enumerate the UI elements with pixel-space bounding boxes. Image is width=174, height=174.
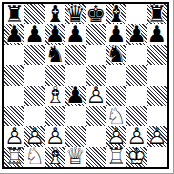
white-pawn-outline-glyph: ♙ — [4, 126, 24, 146]
square-e8[interactable]: ♚ — [86, 4, 106, 24]
square-d5[interactable] — [65, 65, 85, 85]
black-pawn[interactable]: ♟ — [126, 24, 146, 44]
black-pawn-glyph: ♟ — [65, 24, 85, 44]
white-rook[interactable]: ♜♖ — [106, 147, 126, 167]
white-pawn[interactable]: ♟♙ — [126, 126, 146, 146]
white-pawn[interactable]: ♟♙ — [45, 126, 65, 146]
square-c3[interactable] — [45, 106, 65, 126]
white-pawn-fill-glyph: ♟ — [4, 126, 24, 146]
white-pawn-fill-glyph: ♟ — [24, 126, 44, 146]
board-frame: ♜♝♛♚♝♜♟♟♟♟♟♟♟♞♞♝♗♟♟♙♞♘♟♙♟♙♟♙♟♙♟♙♟♙♜♖♞♘♝♗… — [2, 2, 169, 169]
white-rook-fill-glyph: ♜ — [4, 147, 24, 167]
black-pawn[interactable]: ♟ — [4, 24, 24, 44]
square-a5[interactable] — [4, 65, 24, 85]
square-b5[interactable] — [24, 65, 44, 85]
black-rook[interactable]: ♜ — [4, 4, 24, 24]
white-rook[interactable]: ♜♖ — [4, 147, 24, 167]
square-e2[interactable] — [86, 126, 106, 146]
white-rook-outline-glyph: ♖ — [4, 147, 24, 167]
square-c5[interactable] — [45, 65, 65, 85]
white-pawn-outline-glyph: ♙ — [24, 126, 44, 146]
square-c4[interactable]: ♝♗ — [45, 86, 65, 106]
square-f5[interactable] — [106, 65, 126, 85]
black-knight-glyph: ♞ — [45, 45, 65, 65]
white-queen-fill-glyph: ♛ — [65, 147, 85, 167]
square-a6[interactable] — [4, 45, 24, 65]
square-d2[interactable] — [65, 126, 85, 146]
black-king[interactable]: ♚ — [86, 4, 106, 24]
white-pawn[interactable]: ♟♙ — [147, 126, 167, 146]
black-rook-glyph: ♜ — [4, 4, 24, 24]
black-knight[interactable]: ♞ — [106, 45, 126, 65]
black-pawn-glyph: ♟ — [106, 24, 126, 44]
square-g3[interactable] — [126, 106, 146, 126]
square-d8[interactable]: ♛ — [65, 4, 85, 24]
square-g6[interactable] — [126, 45, 146, 65]
square-b3[interactable] — [24, 106, 44, 126]
black-pawn-glyph: ♟ — [24, 24, 44, 44]
white-queen[interactable]: ♛♕ — [65, 147, 85, 167]
white-knight[interactable]: ♞♘ — [106, 106, 126, 126]
square-a3[interactable] — [4, 106, 24, 126]
white-king-outline-glyph: ♔ — [126, 147, 146, 167]
square-a2[interactable]: ♟♙ — [4, 126, 24, 146]
chess-board: ♜♝♛♚♝♜♟♟♟♟♟♟♟♞♞♝♗♟♟♙♞♘♟♙♟♙♟♙♟♙♟♙♟♙♜♖♞♘♝♗… — [4, 4, 167, 167]
white-pawn-outline-glyph: ♙ — [126, 126, 146, 146]
square-a8[interactable]: ♜ — [4, 4, 24, 24]
square-e5[interactable] — [86, 65, 106, 85]
square-f7[interactable]: ♟ — [106, 24, 126, 44]
square-d6[interactable] — [65, 45, 85, 65]
white-pawn-outline-glyph: ♙ — [106, 126, 126, 146]
square-a4[interactable] — [4, 86, 24, 106]
white-pawn-fill-glyph: ♟ — [106, 126, 126, 146]
white-bishop-fill-glyph: ♝ — [45, 86, 65, 106]
black-queen-glyph: ♛ — [65, 4, 85, 24]
black-pawn-glyph: ♟ — [4, 24, 24, 44]
white-pawn-outline-glyph: ♙ — [147, 126, 167, 146]
white-pawn[interactable]: ♟♙ — [24, 126, 44, 146]
square-g1[interactable]: ♚♔ — [126, 147, 146, 167]
black-queen[interactable]: ♛ — [65, 4, 85, 24]
square-b6[interactable] — [24, 45, 44, 65]
black-bishop-glyph: ♝ — [106, 4, 126, 24]
black-bishop-glyph: ♝ — [45, 4, 65, 24]
square-b2[interactable]: ♟♙ — [24, 126, 44, 146]
white-knight-outline-glyph: ♘ — [24, 147, 44, 167]
square-h1[interactable] — [147, 147, 167, 167]
white-pawn[interactable]: ♟♙ — [4, 126, 24, 146]
black-rook-glyph: ♜ — [147, 4, 167, 24]
black-pawn-glyph: ♟ — [45, 24, 65, 44]
square-c8[interactable]: ♝ — [45, 4, 65, 24]
square-f4[interactable] — [106, 86, 126, 106]
black-pawn-glyph: ♟ — [65, 86, 85, 106]
square-b8[interactable] — [24, 4, 44, 24]
white-queen-outline-glyph: ♕ — [65, 147, 85, 167]
white-pawn-fill-glyph: ♟ — [147, 126, 167, 146]
square-f6[interactable]: ♞ — [106, 45, 126, 65]
chess-diagram: ♜♝♛♚♝♜♟♟♟♟♟♟♟♞♞♝♗♟♟♙♞♘♟♙♟♙♟♙♟♙♟♙♟♙♜♖♞♘♝♗… — [0, 0, 174, 174]
square-h7[interactable]: ♟ — [147, 24, 167, 44]
square-h3[interactable] — [147, 106, 167, 126]
black-rook[interactable]: ♜ — [147, 4, 167, 24]
white-knight-outline-glyph: ♘ — [106, 106, 126, 126]
white-knight-fill-glyph: ♞ — [24, 147, 44, 167]
square-d7[interactable]: ♟ — [65, 24, 85, 44]
white-bishop-fill-glyph: ♝ — [45, 147, 65, 167]
white-bishop[interactable]: ♝♗ — [45, 147, 65, 167]
white-king-fill-glyph: ♚ — [126, 147, 146, 167]
square-e3[interactable] — [86, 106, 106, 126]
white-pawn-fill-glyph: ♟ — [126, 126, 146, 146]
square-a1[interactable]: ♜♖ — [4, 147, 24, 167]
square-c7[interactable]: ♟ — [45, 24, 65, 44]
white-king[interactable]: ♚♔ — [126, 147, 146, 167]
square-c6[interactable]: ♞ — [45, 45, 65, 65]
black-pawn[interactable]: ♟ — [147, 24, 167, 44]
white-bishop-outline-glyph: ♗ — [45, 86, 65, 106]
black-king-glyph: ♚ — [86, 4, 106, 24]
black-pawn-glyph: ♟ — [147, 24, 167, 44]
square-d4[interactable]: ♟ — [65, 86, 85, 106]
white-pawn-outline-glyph: ♙ — [86, 86, 106, 106]
square-g7[interactable]: ♟ — [126, 24, 146, 44]
black-pawn[interactable]: ♟ — [106, 24, 126, 44]
square-h5[interactable] — [147, 65, 167, 85]
black-knight[interactable]: ♞ — [45, 45, 65, 65]
square-g4[interactable] — [126, 86, 146, 106]
square-f2[interactable]: ♟♙ — [106, 126, 126, 146]
square-f3[interactable]: ♞♘ — [106, 106, 126, 126]
white-knight[interactable]: ♞♘ — [24, 147, 44, 167]
square-h2[interactable]: ♟♙ — [147, 126, 167, 146]
black-bishop[interactable]: ♝ — [106, 4, 126, 24]
square-e1[interactable] — [86, 147, 106, 167]
black-knight-glyph: ♞ — [106, 45, 126, 65]
square-g5[interactable] — [126, 65, 146, 85]
square-f1[interactable]: ♜♖ — [106, 147, 126, 167]
square-d1[interactable]: ♛♕ — [65, 147, 85, 167]
white-pawn[interactable]: ♟♙ — [86, 86, 106, 106]
square-g8[interactable] — [126, 4, 146, 24]
square-f8[interactable]: ♝ — [106, 4, 126, 24]
square-e6[interactable] — [86, 45, 106, 65]
black-pawn[interactable]: ♟ — [65, 86, 85, 106]
square-e7[interactable] — [86, 24, 106, 44]
black-pawn-glyph: ♟ — [126, 24, 146, 44]
white-knight-fill-glyph: ♞ — [106, 106, 126, 126]
square-h6[interactable] — [147, 45, 167, 65]
square-g2[interactable]: ♟♙ — [126, 126, 146, 146]
white-pawn-outline-glyph: ♙ — [45, 126, 65, 146]
white-pawn-fill-glyph: ♟ — [86, 86, 106, 106]
black-pawn[interactable]: ♟ — [65, 24, 85, 44]
square-a7[interactable]: ♟ — [4, 24, 24, 44]
white-rook-fill-glyph: ♜ — [106, 147, 126, 167]
black-pawn[interactable]: ♟ — [24, 24, 44, 44]
white-pawn-fill-glyph: ♟ — [45, 126, 65, 146]
white-pawn[interactable]: ♟♙ — [106, 126, 126, 146]
square-h8[interactable]: ♜ — [147, 4, 167, 24]
square-d3[interactable] — [65, 106, 85, 126]
black-bishop[interactable]: ♝ — [45, 4, 65, 24]
white-bishop[interactable]: ♝♗ — [45, 86, 65, 106]
square-b7[interactable]: ♟ — [24, 24, 44, 44]
square-b4[interactable] — [24, 86, 44, 106]
square-h4[interactable] — [147, 86, 167, 106]
square-e4[interactable]: ♟♙ — [86, 86, 106, 106]
black-pawn[interactable]: ♟ — [45, 24, 65, 44]
square-c2[interactable]: ♟♙ — [45, 126, 65, 146]
white-bishop-outline-glyph: ♗ — [45, 147, 65, 167]
white-rook-outline-glyph: ♖ — [106, 147, 126, 167]
square-c1[interactable]: ♝♗ — [45, 147, 65, 167]
square-b1[interactable]: ♞♘ — [24, 147, 44, 167]
